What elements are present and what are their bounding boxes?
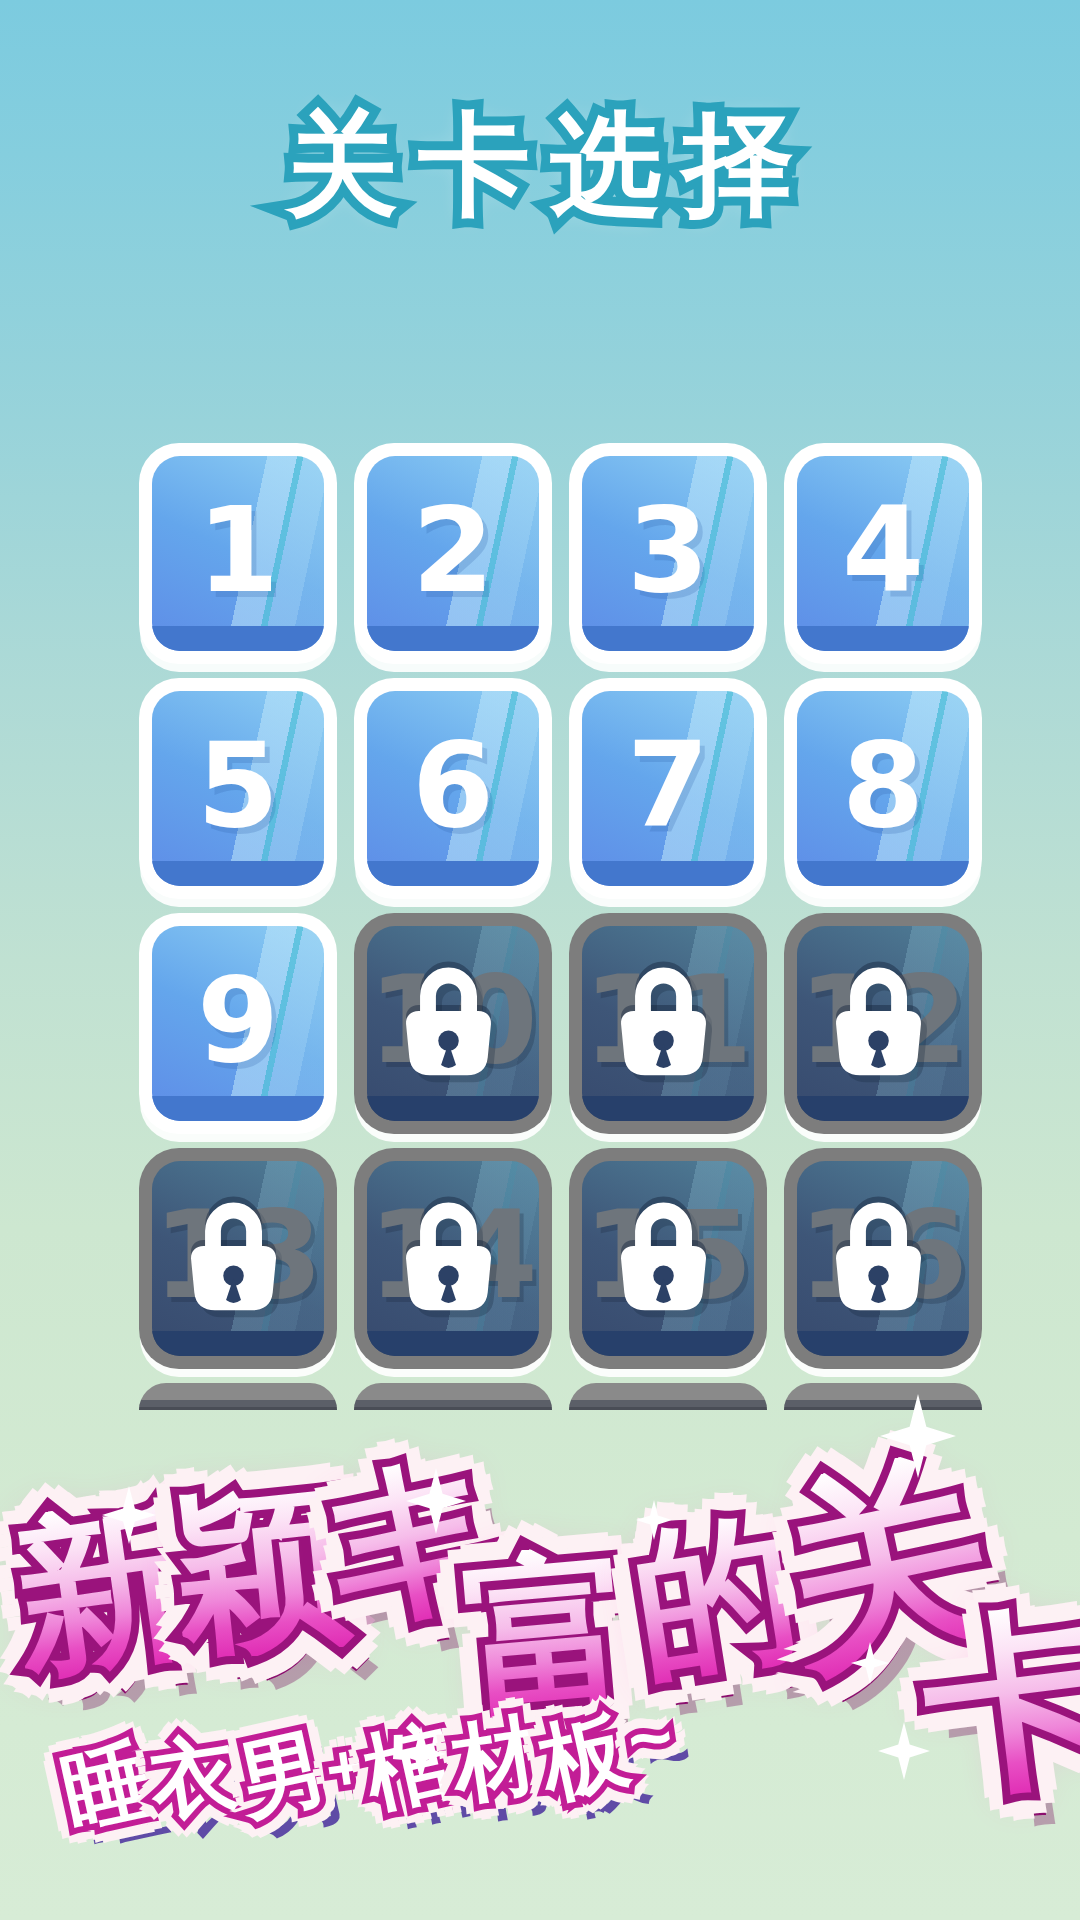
level-tile-10-locked[interactable]: 10: [354, 913, 552, 1134]
lock-icon: [393, 1193, 505, 1317]
level-tile-9[interactable]: 9: [139, 913, 337, 1134]
level-grid: 1 2 3 4 5 6 7 8 9 10 11: [139, 443, 982, 1410]
level-tile-partial[interactable]: [569, 1383, 767, 1410]
level-tile-2[interactable]: 2: [354, 443, 552, 664]
level-tile-4[interactable]: 4: [784, 443, 982, 664]
level-tile-8[interactable]: 8: [784, 678, 982, 899]
lock-icon: [178, 1193, 290, 1317]
page-title-text: 关卡选择: [0, 90, 1080, 240]
level-tile-15-locked[interactable]: 15: [569, 1148, 767, 1369]
level-tile-3[interactable]: 3: [569, 443, 767, 664]
level-number: 8: [842, 716, 924, 854]
level-tile-6[interactable]: 6: [354, 678, 552, 899]
level-number: 9: [197, 951, 279, 1089]
level-number: 5: [197, 716, 279, 854]
level-tile-13-locked[interactable]: 13: [139, 1148, 337, 1369]
level-number: 2: [412, 481, 494, 619]
level-tile-5[interactable]: 5: [139, 678, 337, 899]
page-title: 关卡选择 关卡选择: [0, 90, 1080, 260]
lock-icon: [393, 958, 505, 1082]
level-tile-partial[interactable]: [354, 1383, 552, 1410]
level-number: 7: [627, 716, 709, 854]
lock-icon: [608, 1193, 720, 1317]
banner-title-char: 卡卡: [914, 1595, 1080, 1807]
level-number: 1: [197, 481, 279, 619]
lock-icon: [823, 958, 935, 1082]
level-number: 4: [842, 481, 924, 619]
banner-title-char: 富富: [458, 1541, 642, 1725]
level-tile-16-locked[interactable]: 16: [784, 1148, 982, 1369]
banner-title-char: 新新: [4, 1494, 196, 1686]
level-number: 3: [627, 481, 709, 619]
lock-icon: [823, 1193, 935, 1317]
lock-icon: [608, 958, 720, 1082]
level-tile-11-locked[interactable]: 11: [569, 913, 767, 1134]
level-number: 6: [412, 716, 494, 854]
level-tile-12-locked[interactable]: 12: [784, 913, 982, 1134]
level-tile-7[interactable]: 7: [569, 678, 767, 899]
level-tile-1[interactable]: 1: [139, 443, 337, 664]
level-select-screen: 关卡选择 关卡选择 1 2 3 4 5 6 7 8 9: [0, 0, 1080, 1920]
level-tile-partial[interactable]: [139, 1383, 337, 1410]
level-tile-14-locked[interactable]: 14: [354, 1148, 552, 1369]
level-tile-partial[interactable]: [784, 1383, 982, 1410]
